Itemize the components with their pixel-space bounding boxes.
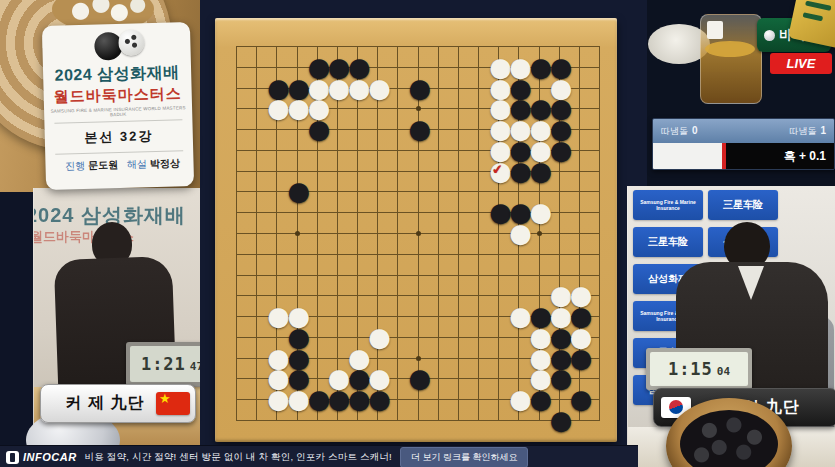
left-clock-time: 1:21 [141, 354, 186, 374]
teacup [700, 14, 762, 104]
captured-black-stones [680, 410, 778, 467]
live-badge: LIVE [770, 53, 832, 74]
black-stone: ● [328, 390, 347, 409]
right-player-clock: 1:15 04 [646, 348, 752, 390]
sponsor-card: Samsung Fire & Marine Insurance [633, 190, 703, 220]
captures-left: 따냄돌0 [661, 125, 698, 138]
hoshi-point [416, 356, 421, 361]
host-label: 진행 [65, 160, 85, 172]
white-stone: ● [267, 99, 286, 118]
commentator-name: 박정상 [150, 157, 180, 169]
right-player-shirt [738, 266, 764, 300]
left-player-name: 커 제 九단 [66, 393, 145, 414]
go-stones-logo-icon [42, 22, 191, 66]
black-stone: ● [570, 349, 589, 368]
black-stone: ● [308, 120, 327, 139]
black-stone: ● [308, 390, 327, 409]
black-stone: ● [409, 369, 428, 388]
divider [55, 150, 183, 154]
sponsor-card: 三星车险 [633, 227, 703, 257]
black-stone: ● [409, 120, 428, 139]
score-panel: 따냄돌0 따냄돌1 흑 + 0.1 [652, 118, 835, 170]
white-stone: ● [509, 224, 528, 243]
hoshi-point [295, 231, 300, 236]
black-stone: ● [530, 162, 549, 181]
board-camera-feed: ●●●●●●●●●●●●●●●●●●●●●●●●●●●●●●●●●●●●●●●●… [200, 0, 647, 467]
white-stone-icon [118, 29, 145, 56]
white-stone: ● [509, 390, 528, 409]
white-stone: ● [368, 328, 387, 347]
right-player-video: Samsung Fire & Marine Insurance三星车险삼성화재S… [627, 186, 835, 467]
white-stone: ● [530, 203, 549, 222]
phone-icon [6, 451, 19, 464]
white-stone: ● [267, 390, 286, 409]
ad-ticker: INFOCAR 비용 절약, 시간 절약! 센터 방문 없이 내 차 확인, 인… [0, 445, 638, 467]
captures-header: 따냄돌0 따냄돌1 [653, 119, 834, 143]
black-stone: ● [550, 369, 569, 388]
sponsor-card: 三星车险 [708, 190, 778, 220]
score-estimate-text: 흑 + 0.1 [784, 148, 826, 165]
left-player-clock: 1:21 47 [126, 342, 205, 386]
white-stone: ● [368, 79, 387, 98]
right-clock-lcd: 1:15 04 [650, 352, 748, 386]
black-stone: ● [509, 162, 528, 181]
captures-right: 따냄돌1 [789, 125, 826, 138]
go-board: ●●●●●●●●●●●●●●●●●●●●●●●●●●●●●●●●●●●●●●●●… [215, 18, 617, 442]
divider [54, 119, 182, 123]
hoshi-point [537, 231, 542, 236]
taegeuk-icon [669, 400, 683, 414]
broadcast-frame: 2024 삼성화재배 월드바둑마스터스 1:21 47 커 제 九단 ★ 202… [0, 0, 835, 467]
white-stone: ● [348, 79, 367, 98]
black-stone: ● [489, 203, 508, 222]
go-board-grid: ●●●●●●●●●●●●●●●●●●●●●●●●●●●●●●●●●●●●●●●●… [236, 46, 600, 421]
stone-logo-icon [764, 30, 775, 41]
score-bar-white [653, 143, 722, 169]
black-stone: ● [550, 411, 569, 430]
black-stone: ● [570, 390, 589, 409]
infocar-brand: INFOCAR [23, 451, 77, 463]
white-stone: ● [288, 390, 307, 409]
last-move-marker: ✔ [491, 161, 503, 177]
black-stone: ● [368, 390, 387, 409]
black-stone: ● [530, 390, 549, 409]
black-stone: ● [409, 79, 428, 98]
hoshi-point [416, 231, 421, 236]
right-clock-time: 1:15 [668, 359, 713, 379]
black-stone: ● [550, 141, 569, 160]
tournament-title: 2024 삼성화재배 [43, 62, 191, 87]
score-estimate-bar: 흑 + 0.1 [653, 143, 834, 169]
commentator-label: 해설 [127, 158, 147, 170]
tournament-panel: 2024 삼성화재배 월드바둑마스터스 SAMSUNG FIRE & MARIN… [42, 22, 194, 190]
ticker-more-button[interactable]: 더 보기 링크를 확인하세요 [400, 447, 529, 467]
right-clock-seconds: 04 [717, 365, 730, 378]
staff-row: 진행문도원 해설박정상 [45, 156, 193, 174]
china-flag-icon: ★ [156, 392, 190, 415]
score-bar-black: 흑 + 0.1 [726, 143, 834, 169]
ticker-message: 비용 절약, 시간 절약! 센터 방문 없이 내 차 확인, 인포카 스마트 스… [85, 451, 392, 464]
tea-surface [705, 41, 755, 57]
left-player-nameplate: 커 제 九단 ★ [40, 384, 196, 423]
tournament-subtitle: SAMSUNG FIRE & MARINE INSURANCE WORLD MA… [44, 105, 192, 119]
infocar-logo: INFOCAR [6, 451, 77, 464]
white-stone: ● [267, 307, 286, 326]
white-stone: ● [509, 307, 528, 326]
black-stone: ● [348, 390, 367, 409]
black-stone: ● [530, 58, 549, 77]
teabag [707, 21, 723, 39]
white-stone: ● [288, 99, 307, 118]
round-label: 본선 32강 [45, 124, 194, 150]
host-name: 문도원 [88, 159, 118, 171]
left-clock-lcd: 1:21 47 [130, 346, 205, 382]
black-stone: ● [288, 182, 307, 201]
white-stone: ● [328, 79, 347, 98]
tournament-title-2: 월드바둑마스터스 [44, 84, 192, 107]
hoshi-point [416, 106, 421, 111]
